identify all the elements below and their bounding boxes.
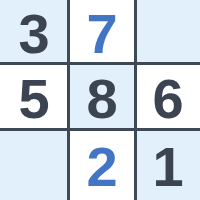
- cell-r1c2[interactable]: 6: [136, 64, 200, 130]
- cell-r0c2[interactable]: [136, 0, 200, 64]
- cell-r1c1[interactable]: 8: [68, 64, 136, 130]
- sudoku-board: 3758621: [0, 0, 200, 200]
- cell-r2c1[interactable]: 2: [68, 130, 136, 200]
- cell-grid: 3758621: [0, 0, 200, 200]
- cell-r1c0[interactable]: 5: [0, 64, 68, 130]
- cell-r2c0[interactable]: [0, 130, 68, 200]
- cell-r0c1[interactable]: 7: [68, 0, 136, 64]
- cell-r0c0[interactable]: 3: [0, 0, 68, 64]
- cell-r2c2[interactable]: 1: [136, 130, 200, 200]
